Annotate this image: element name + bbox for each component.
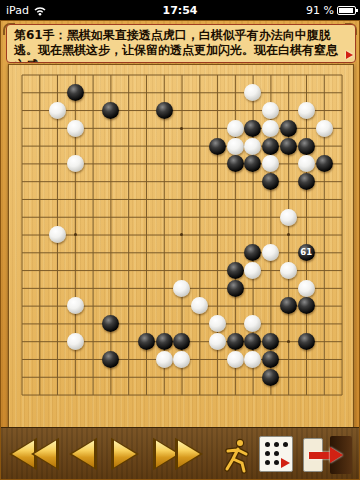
black-stone xyxy=(138,333,155,350)
black-stone xyxy=(262,173,279,190)
autoplay-button[interactable] xyxy=(219,436,253,472)
black-stone xyxy=(209,138,226,155)
white-stone xyxy=(191,297,208,314)
status-bar: iPad 17:54 91 % xyxy=(0,0,360,20)
black-stone xyxy=(298,333,315,350)
white-stone xyxy=(280,262,297,279)
white-stone xyxy=(49,102,66,119)
black-stone xyxy=(244,120,261,137)
commentary-panel[interactable]: 第61手：黑棋如果直接透点虎口，白棋似乎有办法向中腹脱逃。现在黑棋这步，让保留的… xyxy=(6,24,356,63)
black-stone xyxy=(102,102,119,119)
last-move-stone: 61 xyxy=(298,244,315,261)
commentary-text: 第61手：黑棋如果直接透点虎口，白棋似乎有办法向中腹脱逃。现在黑棋这步，让保留的… xyxy=(14,28,338,63)
white-stone xyxy=(49,226,66,243)
toolbar xyxy=(1,427,359,479)
go-board-panel[interactable]: 61 xyxy=(8,64,354,428)
white-stone xyxy=(173,280,190,297)
white-stone xyxy=(244,315,261,332)
white-stone xyxy=(262,244,279,261)
white-stone xyxy=(67,155,84,172)
black-stone xyxy=(280,120,297,137)
black-stone xyxy=(156,102,173,119)
white-stone xyxy=(209,333,226,350)
white-stone xyxy=(173,351,190,368)
white-stone xyxy=(298,102,315,119)
white-stone xyxy=(244,84,261,101)
fast-backward-button[interactable] xyxy=(9,436,61,472)
black-stone xyxy=(227,333,244,350)
black-stone xyxy=(280,297,297,314)
hoshi-dot xyxy=(74,233,77,236)
white-stone xyxy=(316,120,333,137)
white-stone xyxy=(227,120,244,137)
black-stone xyxy=(67,84,84,101)
hoshi-dot xyxy=(287,233,290,236)
double-right-arrow-icon xyxy=(175,437,203,471)
black-stone xyxy=(227,155,244,172)
white-stone xyxy=(262,102,279,119)
white-stone xyxy=(262,120,279,137)
black-stone xyxy=(316,155,333,172)
black-stone xyxy=(173,333,190,350)
fast-forward-button[interactable] xyxy=(153,436,205,472)
white-stone xyxy=(67,120,84,137)
black-stone xyxy=(298,173,315,190)
white-stone xyxy=(244,351,261,368)
black-stone xyxy=(280,138,297,155)
black-stone xyxy=(262,369,279,386)
battery-icon xyxy=(337,6,356,15)
black-stone xyxy=(244,244,261,261)
white-stone xyxy=(298,155,315,172)
white-stone xyxy=(262,155,279,172)
white-stone xyxy=(67,297,84,314)
black-stone xyxy=(102,315,119,332)
hoshi-dot xyxy=(180,233,183,236)
exit-button[interactable] xyxy=(303,436,353,472)
black-stone xyxy=(244,155,261,172)
white-stone xyxy=(227,351,244,368)
white-stone xyxy=(67,333,84,350)
battery-percent: 91 % xyxy=(306,4,334,17)
right-arrow-icon xyxy=(111,437,139,471)
app-frame: 第61手：黑棋如果直接透点虎口，白棋似乎有办法向中腹脱逃。现在黑棋这步，让保留的… xyxy=(0,20,360,480)
white-stone xyxy=(244,262,261,279)
black-stone xyxy=(156,333,173,350)
white-stone xyxy=(156,351,173,368)
running-man-icon xyxy=(219,436,253,476)
hoshi-dot xyxy=(180,127,183,130)
black-stone xyxy=(244,333,261,350)
scroll-more-icon xyxy=(346,51,353,59)
step-backward-button[interactable] xyxy=(69,436,99,472)
black-stone xyxy=(227,280,244,297)
black-stone xyxy=(262,138,279,155)
black-stone xyxy=(298,138,315,155)
exit-door-icon xyxy=(303,436,353,474)
white-stone xyxy=(209,315,226,332)
left-arrow-icon xyxy=(69,437,97,471)
stones-layer: 61 xyxy=(13,66,351,404)
black-stone xyxy=(102,351,119,368)
white-stone xyxy=(298,280,315,297)
step-forward-button[interactable] xyxy=(111,436,141,472)
black-stone xyxy=(227,262,244,279)
white-stone xyxy=(280,209,297,226)
screen: iPad 17:54 91 % 第61手：黑棋如果直接透点虎口，白棋似乎有办法向… xyxy=(0,0,360,480)
black-stone xyxy=(262,333,279,350)
hoshi-dot xyxy=(287,340,290,343)
black-stone xyxy=(298,297,315,314)
white-stone xyxy=(244,138,261,155)
white-stone xyxy=(227,138,244,155)
board-overview-button[interactable] xyxy=(259,436,293,472)
mini-board-icon xyxy=(259,436,293,472)
black-stone xyxy=(262,351,279,368)
